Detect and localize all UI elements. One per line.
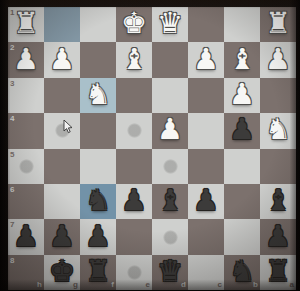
board-frame: 1♜♚♛♜2♟♟♝♟♝♟3♞♟4♟♟♞56♞♟♝♟♝7♟♟♟♟8hg♚f♜ed♛…: [0, 0, 300, 291]
square-e7[interactable]: [116, 219, 152, 254]
piece-black-queen-d8: ♛: [152, 255, 188, 290]
legal-move-dot-d7: [163, 230, 178, 245]
square-c3[interactable]: [188, 78, 224, 113]
square-g6[interactable]: [44, 184, 80, 219]
piece-white-pawn-b3: ♟: [224, 78, 260, 113]
square-e4[interactable]: [116, 113, 152, 148]
square-b6[interactable]: [224, 184, 260, 219]
square-c8[interactable]: c: [188, 255, 224, 290]
square-e1[interactable]: ♚: [116, 7, 152, 42]
piece-black-pawn-g7: ♟: [44, 219, 80, 254]
piece-black-knight-f6: ♞: [80, 184, 116, 219]
square-h4[interactable]: 4: [8, 113, 44, 148]
square-e2[interactable]: ♝: [116, 42, 152, 77]
rank-label-1: 1: [10, 8, 14, 17]
square-c1[interactable]: [188, 7, 224, 42]
square-b3[interactable]: ♟: [224, 78, 260, 113]
piece-white-bishop-b2: ♝: [224, 42, 260, 77]
legal-move-dot-e8: [127, 265, 142, 280]
square-a1[interactable]: ♜: [260, 7, 296, 42]
file-label-f: f: [111, 280, 114, 289]
rank-label-2: 2: [10, 43, 14, 52]
file-label-a: a: [290, 280, 294, 289]
square-h6[interactable]: 6: [8, 184, 44, 219]
square-h5[interactable]: 5: [8, 149, 44, 184]
piece-white-pawn-g2: ♟: [44, 42, 80, 77]
square-b5[interactable]: [224, 149, 260, 184]
square-f8[interactable]: f♜: [80, 255, 116, 290]
piece-white-pawn-h2: ♟: [8, 42, 44, 77]
piece-white-pawn-c2: ♟: [188, 42, 224, 77]
square-d4[interactable]: ♟: [152, 113, 188, 148]
piece-white-king-e1: ♚: [116, 7, 152, 42]
file-label-b: b: [253, 280, 258, 289]
square-h1[interactable]: 1♜: [8, 7, 44, 42]
rank-label-8: 8: [10, 256, 14, 265]
piece-black-pawn-e6: ♟: [116, 184, 152, 219]
square-a5[interactable]: [260, 149, 296, 184]
legal-move-dot-e4: [127, 123, 142, 138]
square-d3[interactable]: [152, 78, 188, 113]
square-g5[interactable]: [44, 149, 80, 184]
file-label-e: e: [146, 280, 150, 289]
rank-label-6: 6: [10, 185, 14, 194]
piece-black-rook-f8: ♜: [80, 255, 116, 290]
rank-label-4: 4: [10, 114, 14, 123]
square-e5[interactable]: [116, 149, 152, 184]
square-d1[interactable]: ♛: [152, 7, 188, 42]
square-g2[interactable]: ♟: [44, 42, 80, 77]
piece-white-rook-h1: ♜: [8, 7, 44, 42]
piece-black-pawn-c6: ♟: [188, 184, 224, 219]
square-d8[interactable]: d♛: [152, 255, 188, 290]
square-b4[interactable]: ♟: [224, 113, 260, 148]
square-b2[interactable]: ♝: [224, 42, 260, 77]
square-c5[interactable]: [188, 149, 224, 184]
square-c4[interactable]: [188, 113, 224, 148]
piece-black-bishop-a6: ♝: [260, 184, 296, 219]
square-a6[interactable]: ♝: [260, 184, 296, 219]
piece-white-queen-d1: ♛: [152, 7, 188, 42]
piece-white-rook-a1: ♜: [260, 7, 296, 42]
piece-black-pawn-f7: ♟: [80, 219, 116, 254]
piece-white-pawn-a2: ♟: [260, 42, 296, 77]
file-label-h: h: [37, 280, 42, 289]
square-e3[interactable]: [116, 78, 152, 113]
square-f5[interactable]: [80, 149, 116, 184]
square-h3[interactable]: 3: [8, 78, 44, 113]
piece-black-pawn-b4: ♟: [224, 113, 260, 148]
piece-black-knight-b8: ♞: [224, 255, 260, 290]
square-f3[interactable]: ♞: [80, 78, 116, 113]
square-e6[interactable]: ♟: [116, 184, 152, 219]
file-label-d: d: [181, 280, 186, 289]
square-h2[interactable]: 2♟: [8, 42, 44, 77]
square-g1[interactable]: [44, 7, 80, 42]
square-c2[interactable]: ♟: [188, 42, 224, 77]
square-b8[interactable]: b♞: [224, 255, 260, 290]
piece-black-king-g8: ♚: [44, 255, 80, 290]
square-c7[interactable]: [188, 219, 224, 254]
legal-move-dot-d5: [163, 159, 178, 174]
rank-label-5: 5: [10, 150, 14, 159]
square-f4[interactable]: [80, 113, 116, 148]
square-g8[interactable]: g♚: [44, 255, 80, 290]
square-g3[interactable]: [44, 78, 80, 113]
piece-white-knight-a4: ♞: [260, 113, 296, 148]
file-label-g: g: [73, 280, 78, 289]
square-g4[interactable]: [44, 113, 80, 148]
square-h8[interactable]: 8h: [8, 255, 44, 290]
square-d2[interactable]: [152, 42, 188, 77]
square-e8[interactable]: e: [116, 255, 152, 290]
file-label-c: c: [218, 280, 222, 289]
piece-black-pawn-h7: ♟: [8, 219, 44, 254]
square-d5[interactable]: [152, 149, 188, 184]
piece-black-rook-a8: ♜: [260, 255, 296, 290]
square-b7[interactable]: [224, 219, 260, 254]
square-d6[interactable]: ♝: [152, 184, 188, 219]
square-c6[interactable]: ♟: [188, 184, 224, 219]
rank-label-3: 3: [10, 79, 14, 88]
legal-move-dot-g4: [55, 123, 70, 138]
square-h7[interactable]: 7♟: [8, 219, 44, 254]
square-d7[interactable]: [152, 219, 188, 254]
chess-board: 1♜♚♛♜2♟♟♝♟♝♟3♞♟4♟♟♞56♞♟♝♟♝7♟♟♟♟8hg♚f♜ed♛…: [8, 7, 296, 290]
square-a2[interactable]: ♟: [260, 42, 296, 77]
square-a8[interactable]: a♜: [260, 255, 296, 290]
piece-black-bishop-d6: ♝: [152, 184, 188, 219]
piece-white-bishop-e2: ♝: [116, 42, 152, 77]
rank-label-7: 7: [10, 220, 14, 229]
square-f2[interactable]: [80, 42, 116, 77]
square-b1[interactable]: [224, 7, 260, 42]
square-a3[interactable]: [260, 78, 296, 113]
piece-black-pawn-a7: ♟: [260, 219, 296, 254]
piece-white-knight-f3: ♞: [80, 78, 116, 113]
piece-white-pawn-d4: ♟: [152, 113, 188, 148]
square-a7[interactable]: ♟: [260, 219, 296, 254]
square-f7[interactable]: ♟: [80, 219, 116, 254]
square-g7[interactable]: ♟: [44, 219, 80, 254]
square-f1[interactable]: [80, 7, 116, 42]
legal-move-dot-h5: [19, 159, 34, 174]
square-a4[interactable]: ♞: [260, 113, 296, 148]
square-f6[interactable]: ♞: [80, 184, 116, 219]
